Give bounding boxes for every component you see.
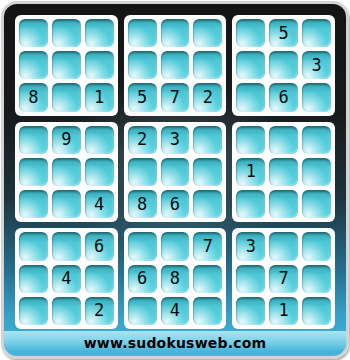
cell-r7c5[interactable] xyxy=(161,232,190,260)
cell-r9c5[interactable]: 4 xyxy=(161,297,190,325)
box-3-1: 642 xyxy=(15,228,118,329)
website-link[interactable]: www.sudokusweb.com xyxy=(84,335,267,351)
cell-r8c8[interactable]: 7 xyxy=(269,265,298,293)
cell-r3c3[interactable]: 1 xyxy=(85,83,114,111)
cell-r5c2[interactable] xyxy=(52,158,81,186)
cell-r4c1[interactable] xyxy=(19,126,48,154)
cell-r9c6[interactable] xyxy=(193,297,222,325)
box-3-3: 371 xyxy=(232,228,335,329)
cell-r4c5[interactable]: 3 xyxy=(161,126,190,154)
cell-r7c6[interactable]: 7 xyxy=(193,232,222,260)
cell-r5c8[interactable] xyxy=(269,158,298,186)
cell-r7c4[interactable] xyxy=(128,232,157,260)
cell-r8c5[interactable]: 8 xyxy=(161,265,190,293)
cell-r5c5[interactable] xyxy=(161,158,190,186)
footer-bar: www.sudokusweb.com xyxy=(4,331,346,354)
cell-r1c1[interactable] xyxy=(19,19,48,47)
cell-r5c6[interactable] xyxy=(193,158,222,186)
cell-r4c9[interactable] xyxy=(302,126,331,154)
sudoku-widget: 8157253694238616427684371 www.sudokusweb… xyxy=(1,1,349,359)
box-3-2: 7684 xyxy=(124,228,227,329)
cell-r2c4[interactable] xyxy=(128,51,157,79)
cell-r2c8[interactable] xyxy=(269,51,298,79)
cell-r3c6[interactable]: 2 xyxy=(193,83,222,111)
cell-r3c9[interactable] xyxy=(302,83,331,111)
cell-r7c2[interactable] xyxy=(52,232,81,260)
cell-r5c3[interactable] xyxy=(85,158,114,186)
cell-r8c1[interactable] xyxy=(19,265,48,293)
cell-r1c4[interactable] xyxy=(128,19,157,47)
cell-r7c3[interactable]: 6 xyxy=(85,232,114,260)
cell-r9c7[interactable] xyxy=(236,297,265,325)
cell-r8c2[interactable]: 4 xyxy=(52,265,81,293)
cell-r8c6[interactable] xyxy=(193,265,222,293)
cell-r4c8[interactable] xyxy=(269,126,298,154)
cell-r1c8[interactable]: 5 xyxy=(269,19,298,47)
cell-r6c2[interactable] xyxy=(52,190,81,218)
cell-r6c3[interactable]: 4 xyxy=(85,190,114,218)
cell-r7c8[interactable] xyxy=(269,232,298,260)
cell-r1c7[interactable] xyxy=(236,19,265,47)
cell-r9c1[interactable] xyxy=(19,297,48,325)
cell-r5c1[interactable] xyxy=(19,158,48,186)
cell-r7c1[interactable] xyxy=(19,232,48,260)
cell-r9c2[interactable] xyxy=(52,297,81,325)
cell-r3c5[interactable]: 7 xyxy=(161,83,190,111)
cell-r8c7[interactable] xyxy=(236,265,265,293)
cell-r7c9[interactable] xyxy=(302,232,331,260)
cell-r1c2[interactable] xyxy=(52,19,81,47)
cell-r6c7[interactable] xyxy=(236,190,265,218)
cell-r5c7[interactable]: 1 xyxy=(236,158,265,186)
box-2-1: 94 xyxy=(15,122,118,223)
box-2-3: 1 xyxy=(232,122,335,223)
cell-r6c8[interactable] xyxy=(269,190,298,218)
cell-r6c9[interactable] xyxy=(302,190,331,218)
cell-r2c9[interactable]: 3 xyxy=(302,51,331,79)
cell-r3c4[interactable]: 5 xyxy=(128,83,157,111)
cell-r9c3[interactable]: 2 xyxy=(85,297,114,325)
cell-r3c1[interactable]: 8 xyxy=(19,83,48,111)
cell-r2c3[interactable] xyxy=(85,51,114,79)
cell-r2c7[interactable] xyxy=(236,51,265,79)
cell-r2c6[interactable] xyxy=(193,51,222,79)
cell-r4c3[interactable] xyxy=(85,126,114,154)
cell-r1c5[interactable] xyxy=(161,19,190,47)
cell-r5c4[interactable] xyxy=(128,158,157,186)
cell-r6c5[interactable]: 6 xyxy=(161,190,190,218)
cell-r4c2[interactable]: 9 xyxy=(52,126,81,154)
cell-r6c6[interactable] xyxy=(193,190,222,218)
cell-r2c1[interactable] xyxy=(19,51,48,79)
cell-r6c1[interactable] xyxy=(19,190,48,218)
cell-r8c9[interactable] xyxy=(302,265,331,293)
cell-r1c9[interactable] xyxy=(302,19,331,47)
cell-r4c4[interactable]: 2 xyxy=(128,126,157,154)
cell-r4c6[interactable] xyxy=(193,126,222,154)
cell-r3c8[interactable]: 6 xyxy=(269,83,298,111)
box-1-3: 536 xyxy=(232,15,335,116)
cell-r3c7[interactable] xyxy=(236,83,265,111)
cell-r2c5[interactable] xyxy=(161,51,190,79)
cell-r1c6[interactable] xyxy=(193,19,222,47)
cell-r4c7[interactable] xyxy=(236,126,265,154)
sudoku-board: 8157253694238616427684371 xyxy=(15,15,335,329)
cell-r2c2[interactable] xyxy=(52,51,81,79)
cell-r8c3[interactable] xyxy=(85,265,114,293)
box-1-1: 81 xyxy=(15,15,118,116)
cell-r7c7[interactable]: 3 xyxy=(236,232,265,260)
cell-r5c9[interactable] xyxy=(302,158,331,186)
cell-r6c4[interactable]: 8 xyxy=(128,190,157,218)
box-2-2: 2386 xyxy=(124,122,227,223)
cell-r9c9[interactable] xyxy=(302,297,331,325)
cell-r3c2[interactable] xyxy=(52,83,81,111)
cell-r1c3[interactable] xyxy=(85,19,114,47)
cell-r9c8[interactable]: 1 xyxy=(269,297,298,325)
cell-r8c4[interactable]: 6 xyxy=(128,265,157,293)
cell-r9c4[interactable] xyxy=(128,297,157,325)
box-1-2: 572 xyxy=(124,15,227,116)
